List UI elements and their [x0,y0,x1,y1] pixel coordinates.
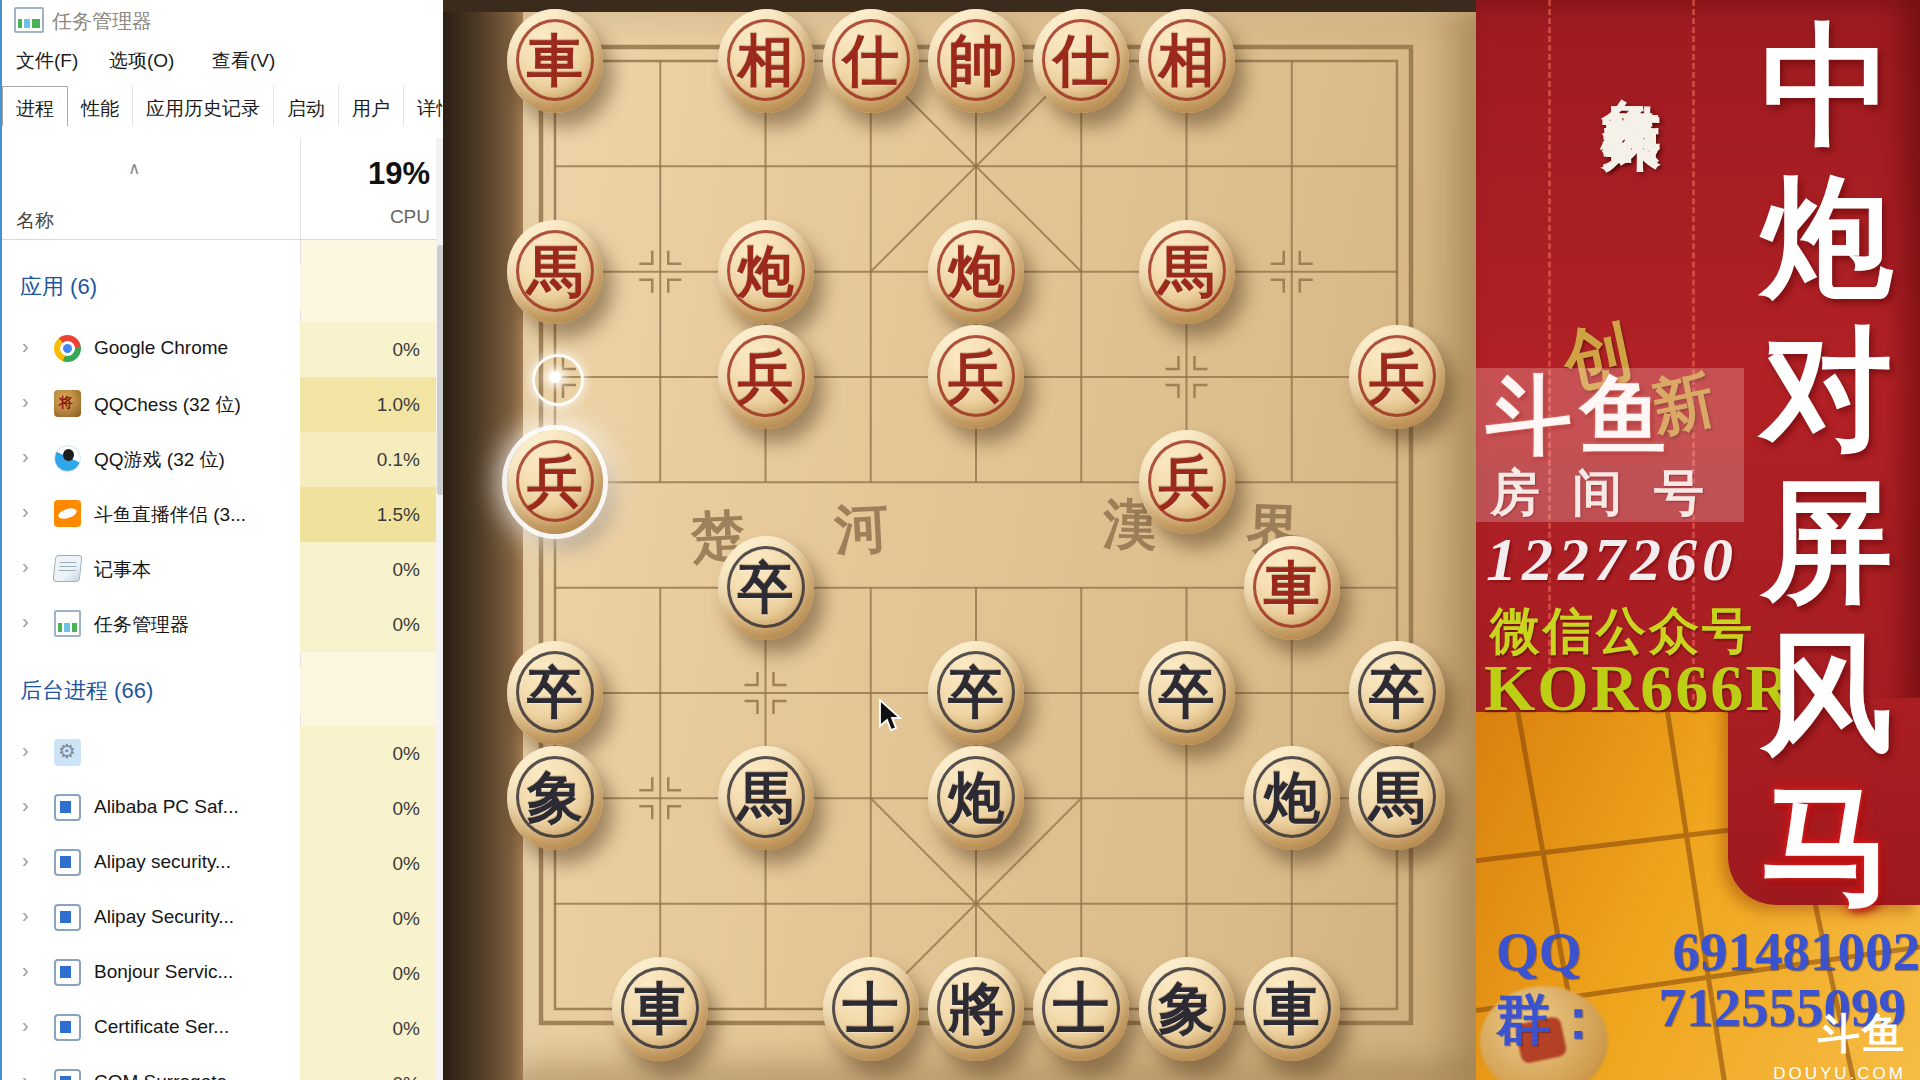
xiangqi-piece-black-士[interactable]: 士 [823,957,919,1061]
process-name: Bonjour Servic... [94,961,233,983]
table-row[interactable]: ›任务管理器0% [2,597,436,652]
process-name: Alipay Security... [94,906,234,928]
room-label: 房间号 [1476,460,1736,527]
xiangqi-piece-black-士[interactable]: 士 [1033,957,1129,1061]
xiangqi-piece-red-帥[interactable]: 帥 [928,9,1024,113]
process-name: QQChess (32 位) [94,392,241,418]
notepad-icon [53,555,83,582]
process-name: QQ游戏 (32 位) [94,447,225,473]
cpu-value: 1.0% [300,377,436,432]
douyu-watermark: 斗鱼 [1476,368,1744,464]
xiangqi-piece-red-兵[interactable]: 兵 [718,325,814,429]
header-separator [2,239,436,240]
xiangqi-piece-red-車[interactable]: 車 [1244,536,1340,640]
douyu-logo: 斗鱼 DOUYU.COM [1773,1006,1906,1080]
process-group-header[interactable]: 后台进程 (66) [2,668,436,714]
cpu-value: 0% [300,1001,436,1056]
table-row[interactable]: ›COM Surrogate0% [2,1056,436,1080]
xiangqi-piece-black-炮[interactable]: 炮 [928,746,1024,850]
cpu-value: 0% [300,781,436,836]
tab-app-history[interactable]: 应用历史记录 [133,86,274,126]
xiangqi-piece-red-相[interactable]: 相 [1139,9,1235,113]
xiangqi-piece-black-卒[interactable]: 卒 [718,536,814,640]
process-name: Certificate Ser... [94,1016,229,1038]
process-name: 记事本 [94,557,151,583]
tab-bar: 进程性能应用历史记录启动用户详情 [2,86,445,135]
table-row[interactable]: ›Google Chrome0% [2,322,436,377]
cpu-total-value: 19% [270,156,430,192]
xiangqi-piece-black-象[interactable]: 象 [1139,957,1235,1061]
table-row[interactable]: ›QQChess (32 位)1.0% [2,377,436,432]
xiangqi-piece-black-將[interactable]: 將 [928,957,1024,1061]
big-title-char: 马 [1761,780,1893,912]
cpu-value: 0% [300,726,436,781]
table-row[interactable]: ›0% [2,726,436,781]
process-name: Alipay security... [94,851,231,873]
douyu-icon [54,500,81,527]
mouse-cursor [878,698,912,736]
tab-processes[interactable]: 进程 [2,86,68,126]
qqchess-icon [54,390,81,417]
big-title-char: 炮 [1761,172,1893,304]
xiangqi-piece-red-車[interactable]: 車 [507,9,603,113]
menu-bar: 文件(F) 选项(O) 查看(V) [2,40,445,78]
expander-icon[interactable]: › [22,904,29,927]
menu-file[interactable]: 文件(F) [16,48,78,74]
dotted-divider-right [1692,0,1695,700]
douyu-watermark-text: 斗鱼 [1476,358,1674,475]
expander-icon[interactable]: › [22,794,29,817]
xiangqi-piece-red-馬[interactable]: 馬 [507,220,603,324]
expander-icon[interactable]: › [22,739,29,762]
table-row[interactable]: ›斗鱼直播伴侣 (3...1.5% [2,487,436,542]
xiangqi-piece-red-炮[interactable]: 炮 [718,220,814,324]
expander-icon[interactable]: › [22,959,29,982]
table-row[interactable]: ›Bonjour Servic...0% [2,946,436,1001]
taskmgr-icon [54,610,81,637]
cpu-value: 0.1% [300,432,436,487]
xiangqi-piece-red-馬[interactable]: 馬 [1139,220,1235,324]
big-title-char: 风 [1761,628,1893,760]
cpu-value: 0% [300,597,436,652]
table-row[interactable]: ›Alipay Security...0% [2,891,436,946]
process-name: 斗鱼直播伴侣 (3... [94,502,246,528]
process-name: Alibaba PC Saf... [94,796,239,818]
tab-users[interactable]: 用户 [339,86,404,126]
tab-details[interactable]: 详情 [404,86,445,126]
douyu-logo-text: 斗鱼 [1773,1006,1906,1062]
task-manager-window: 任务管理器 文件(F) 选项(O) 查看(V) 进程性能应用历史记录启动用户详情… [0,0,443,1080]
cpu-value: 0% [300,836,436,891]
process-name: Google Chrome [94,337,228,359]
xiangqi-piece-red-仕[interactable]: 仕 [1033,9,1129,113]
xiangqi-piece-black-卒[interactable]: 卒 [1349,641,1445,745]
menu-options[interactable]: 选项(O) [109,48,174,74]
table-row[interactable]: ›Alipay security...0% [2,836,436,891]
xiangqi-piece-black-卒[interactable]: 卒 [1139,641,1235,745]
xiangqi-piece-red-兵[interactable]: 兵 [1139,430,1235,534]
title-bar[interactable]: 任务管理器 [2,0,445,36]
xiangqi-piece-black-象[interactable]: 象 [507,746,603,850]
table-row[interactable]: ›Certificate Ser...0% [2,1001,436,1056]
stream-promo-banner: 象棋大师 创 新 斗鱼 房间号 1227260 微信公众号 KOR666R 中炮… [1476,0,1920,1080]
douyu-logo-sub: DOUYU.COM [1773,1064,1906,1080]
window-icon [54,959,81,986]
cpu-value: 0% [300,946,436,1001]
last-move-origin-marker [532,354,584,406]
expander-icon[interactable]: › [22,500,29,523]
xiangqi-piece-black-炮[interactable]: 炮 [1244,746,1340,850]
big-title-char: 屏 [1761,476,1893,608]
window-icon [54,849,81,876]
xiangqi-piece-black-卒[interactable]: 卒 [507,641,603,745]
window-title: 任务管理器 [52,8,152,35]
expander-icon[interactable]: › [22,610,29,633]
xiangqi-piece-black-車[interactable]: 車 [612,957,708,1061]
xiangqi-piece-red-兵[interactable]: 兵 [507,430,603,534]
table-row[interactable]: ›QQ游戏 (32 位)0.1% [2,432,436,487]
banner-big-title: 中炮对屏风马 [1734,20,1920,912]
room-number: 1227260 [1486,524,1738,595]
banner-side-title: 象棋大师 [1590,50,1671,74]
chrome-icon [54,335,81,362]
xiangqi-piece-red-兵[interactable]: 兵 [1349,325,1445,429]
big-title-char: 中 [1761,20,1893,152]
expander-icon[interactable]: › [22,445,29,468]
expander-icon[interactable]: › [22,390,29,413]
xiangqi-piece-red-兵[interactable]: 兵 [928,325,1024,429]
column-header-name[interactable]: 名称 [16,208,54,234]
pieces-layer: 車相仕帥仕相馬炮炮馬兵兵兵兵兵車卒卒卒卒卒象馬炮炮馬車士將士象車 [443,0,1476,1080]
window-icon [54,1014,81,1041]
expander-icon[interactable]: › [22,335,29,358]
window-icon [54,794,81,821]
window-icon [54,904,81,931]
process-name: COM Surrogate [94,1071,227,1080]
xiangqi-piece-black-馬[interactable]: 馬 [1349,746,1445,850]
expander-icon[interactable]: › [22,555,29,578]
gear-icon [54,739,81,766]
xiangqi-piece-black-車[interactable]: 車 [1244,957,1340,1061]
window-icon [54,1069,81,1080]
tab-performance[interactable]: 性能 [68,86,133,126]
xiangqi-piece-red-仕[interactable]: 仕 [823,9,919,113]
room-label-band: 房间号 [1476,464,1744,522]
column-header-cpu[interactable]: CPU [270,206,430,228]
process-name: 任务管理器 [94,612,189,638]
menu-view[interactable]: 查看(V) [212,48,275,74]
task-manager-icon [14,7,44,33]
cpu-value: 1.5% [300,487,436,542]
expander-icon[interactable]: › [22,1069,29,1080]
table-row[interactable]: ›记事本0% [2,542,436,597]
xiangqi-piece-red-相[interactable]: 相 [718,9,814,113]
cpu-value: 0% [300,891,436,946]
cpu-value: 0% [300,542,436,597]
cpu-value: 0% [300,322,436,377]
expander-icon[interactable]: › [22,849,29,872]
sort-caret-icon[interactable]: ∧ [128,158,140,179]
process-group-header[interactable]: 应用 (6) [2,264,436,310]
cpu-value: 0% [300,1056,436,1080]
xiangqi-piece-black-卒[interactable]: 卒 [928,641,1024,745]
big-title-char: 对 [1761,324,1893,456]
expander-icon[interactable]: › [22,1014,29,1037]
xiangqi-piece-red-炮[interactable]: 炮 [928,220,1024,324]
dotted-divider-left [1548,0,1551,700]
xiangqi-game-window: 楚 河 漢 界 車相仕帥仕相馬炮炮馬兵兵兵兵兵車卒卒卒卒卒象馬炮炮馬車士將士象車 [443,0,1476,1080]
tab-startup[interactable]: 启动 [274,86,339,126]
table-row[interactable]: ›Alibaba PC Saf...0% [2,781,436,836]
qqgame-icon [54,445,81,472]
xiangqi-piece-black-馬[interactable]: 馬 [718,746,814,850]
